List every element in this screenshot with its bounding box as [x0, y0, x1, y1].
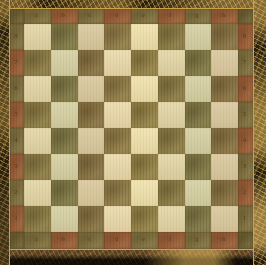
- square-f1[interactable]: [158, 206, 185, 232]
- square-c3[interactable]: [78, 154, 105, 180]
- coord-label-left-5: 5: [14, 111, 18, 118]
- square-h4[interactable]: [211, 128, 238, 154]
- coord-label-bottom-d: d: [115, 236, 119, 243]
- board-grid: aabbccddeeffgghh8877665544332211: [0, 0, 266, 265]
- coord-cell-top-d: d: [104, 9, 131, 24]
- square-d3[interactable]: [104, 154, 131, 180]
- coord-label-left-7: 7: [14, 59, 18, 66]
- coord-cell-right-7: 7: [238, 50, 253, 76]
- square-a8[interactable]: [24, 24, 51, 50]
- square-a3[interactable]: [24, 154, 51, 180]
- square-a4[interactable]: [24, 128, 51, 154]
- coord-cell-bottom-h: h: [211, 232, 238, 249]
- square-c1[interactable]: [78, 206, 105, 232]
- board-border-bottom: [10, 249, 253, 265]
- square-g3[interactable]: [185, 154, 212, 180]
- coord-label-top-e: e: [142, 12, 145, 19]
- square-g2[interactable]: [185, 180, 212, 206]
- square-h2[interactable]: [211, 180, 238, 206]
- coord-cell-top-g: g: [185, 9, 212, 24]
- square-e1[interactable]: [131, 206, 158, 232]
- coord-cell-top-b: b: [51, 9, 78, 24]
- ring-corner-top-left: [10, 9, 24, 24]
- coord-label-top-d: d: [115, 12, 119, 19]
- square-a1[interactable]: [24, 206, 51, 232]
- square-c8[interactable]: [78, 24, 105, 50]
- coord-label-right-8: 8: [243, 33, 247, 40]
- coord-cell-top-f: f: [158, 9, 185, 24]
- coord-cell-bottom-a: a: [24, 232, 51, 249]
- coord-cell-left-4: 4: [10, 128, 24, 154]
- coord-cell-top-e: e: [131, 9, 158, 24]
- square-h6[interactable]: [211, 76, 238, 102]
- coord-label-top-b: b: [61, 12, 65, 19]
- square-c2[interactable]: [78, 180, 105, 206]
- coord-label-right-2: 2: [243, 189, 247, 196]
- coord-cell-bottom-d: d: [104, 232, 131, 249]
- square-e3[interactable]: [131, 154, 158, 180]
- coord-cell-left-5: 5: [10, 102, 24, 128]
- coord-cell-right-2: 2: [238, 180, 253, 206]
- square-a5[interactable]: [24, 102, 51, 128]
- square-b4[interactable]: [51, 128, 78, 154]
- square-c5[interactable]: [78, 102, 105, 128]
- coord-label-top-h: h: [222, 12, 226, 19]
- board-border-right: [253, 0, 266, 265]
- square-b5[interactable]: [51, 102, 78, 128]
- square-f5[interactable]: [158, 102, 185, 128]
- coord-label-top-c: c: [88, 12, 91, 19]
- coord-cell-left-6: 6: [10, 76, 24, 102]
- square-b3[interactable]: [51, 154, 78, 180]
- square-g8[interactable]: [185, 24, 212, 50]
- square-g5[interactable]: [185, 102, 212, 128]
- coord-cell-left-2: 2: [10, 180, 24, 206]
- coord-label-bottom-g: g: [195, 236, 199, 243]
- ring-corner-bottom-right: [238, 232, 253, 249]
- square-d7[interactable]: [104, 50, 131, 76]
- square-d4[interactable]: [104, 128, 131, 154]
- square-a2[interactable]: [24, 180, 51, 206]
- square-c4[interactable]: [78, 128, 105, 154]
- coord-label-left-6: 6: [14, 85, 18, 92]
- board-border-top: [10, 0, 253, 9]
- square-f3[interactable]: [158, 154, 185, 180]
- coord-cell-left-1: 1: [10, 206, 24, 232]
- coord-label-left-4: 4: [14, 137, 18, 144]
- square-f8[interactable]: [158, 24, 185, 50]
- coord-label-bottom-b: b: [61, 236, 65, 243]
- square-d6[interactable]: [104, 76, 131, 102]
- coord-label-right-4: 4: [243, 137, 247, 144]
- coord-cell-top-a: a: [24, 9, 51, 24]
- square-e8[interactable]: [131, 24, 158, 50]
- coord-label-left-3: 3: [14, 163, 18, 170]
- coord-label-right-6: 6: [243, 85, 247, 92]
- square-c7[interactable]: [78, 50, 105, 76]
- coord-cell-bottom-b: b: [51, 232, 78, 249]
- coord-cell-right-3: 3: [238, 154, 253, 180]
- coord-label-right-7: 7: [243, 59, 247, 66]
- coord-label-bottom-a: a: [35, 236, 38, 243]
- coord-label-bottom-f: f: [169, 236, 171, 243]
- coord-cell-right-4: 4: [238, 128, 253, 154]
- coord-label-right-1: 1: [243, 215, 247, 222]
- square-f6[interactable]: [158, 76, 185, 102]
- square-f2[interactable]: [158, 180, 185, 206]
- coord-label-right-3: 3: [243, 163, 247, 170]
- square-b1[interactable]: [51, 206, 78, 232]
- square-h5[interactable]: [211, 102, 238, 128]
- board-border-left: [0, 0, 10, 265]
- square-d1[interactable]: [104, 206, 131, 232]
- coord-label-left-8: 8: [14, 33, 18, 40]
- square-g6[interactable]: [185, 76, 212, 102]
- coord-label-bottom-h: h: [222, 236, 226, 243]
- square-a7[interactable]: [24, 50, 51, 76]
- square-b8[interactable]: [51, 24, 78, 50]
- coord-cell-left-3: 3: [10, 154, 24, 180]
- square-d5[interactable]: [104, 102, 131, 128]
- coord-cell-top-h: h: [211, 9, 238, 24]
- coord-cell-right-8: 8: [238, 24, 253, 50]
- coord-cell-bottom-g: g: [185, 232, 212, 249]
- chess-board: aabbccddeeffgghh8877665544332211: [0, 0, 266, 265]
- coord-label-top-f: f: [169, 12, 171, 19]
- square-b2[interactable]: [51, 180, 78, 206]
- coord-cell-bottom-f: f: [158, 232, 185, 249]
- coord-cell-left-7: 7: [10, 50, 24, 76]
- ring-corner-top-right: [238, 9, 253, 24]
- square-g1[interactable]: [185, 206, 212, 232]
- square-h1[interactable]: [211, 206, 238, 232]
- square-a6[interactable]: [24, 76, 51, 102]
- coord-cell-bottom-e: e: [131, 232, 158, 249]
- coord-cell-right-6: 6: [238, 76, 253, 102]
- square-e2[interactable]: [131, 180, 158, 206]
- coord-label-bottom-c: c: [88, 236, 91, 243]
- square-g4[interactable]: [185, 128, 212, 154]
- square-e4[interactable]: [131, 128, 158, 154]
- coord-label-left-1: 1: [14, 215, 18, 222]
- coord-label-bottom-e: e: [142, 236, 145, 243]
- square-d8[interactable]: [104, 24, 131, 50]
- coord-label-right-5: 5: [243, 111, 247, 118]
- square-g7[interactable]: [185, 50, 212, 76]
- square-f4[interactable]: [158, 128, 185, 154]
- square-e6[interactable]: [131, 76, 158, 102]
- coord-cell-right-1: 1: [238, 206, 253, 232]
- coord-cell-right-5: 5: [238, 102, 253, 128]
- square-d2[interactable]: [104, 180, 131, 206]
- square-e7[interactable]: [131, 50, 158, 76]
- coord-label-top-a: a: [35, 12, 38, 19]
- square-h8[interactable]: [211, 24, 238, 50]
- square-h3[interactable]: [211, 154, 238, 180]
- square-e5[interactable]: [131, 102, 158, 128]
- coord-label-left-2: 2: [14, 189, 18, 196]
- ring-corner-bottom-left: [10, 232, 24, 249]
- square-c6[interactable]: [78, 76, 105, 102]
- coord-label-top-g: g: [195, 12, 199, 19]
- coord-cell-left-8: 8: [10, 24, 24, 50]
- coord-cell-bottom-c: c: [78, 232, 105, 249]
- coord-cell-top-c: c: [78, 9, 105, 24]
- square-b7[interactable]: [51, 50, 78, 76]
- square-h7[interactable]: [211, 50, 238, 76]
- square-f7[interactable]: [158, 50, 185, 76]
- square-b6[interactable]: [51, 76, 78, 102]
